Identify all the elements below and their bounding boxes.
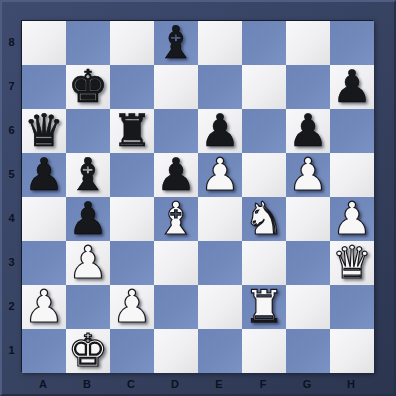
square-d2[interactable] <box>154 285 198 329</box>
rank-label-3: 3 <box>2 240 21 284</box>
rank-label-1: 1 <box>2 328 21 372</box>
square-a2[interactable]: ♟ <box>22 285 66 329</box>
square-g7[interactable] <box>286 65 330 109</box>
piece-white-bishop-d4[interactable]: ♝ <box>154 197 198 241</box>
square-g4[interactable] <box>286 197 330 241</box>
piece-white-pawn-g5[interactable]: ♟ <box>286 153 330 197</box>
square-f5[interactable] <box>242 153 286 197</box>
file-label-e: E <box>197 373 241 394</box>
rank-label-2: 2 <box>2 284 21 328</box>
square-h7[interactable]: ♟ <box>330 65 374 109</box>
square-d8[interactable]: ♝ <box>154 21 198 65</box>
square-f8[interactable] <box>242 21 286 65</box>
piece-black-pawn-h7[interactable]: ♟ <box>330 65 374 109</box>
square-b2[interactable] <box>66 285 110 329</box>
square-a5[interactable]: ♟ <box>22 153 66 197</box>
square-h2[interactable] <box>330 285 374 329</box>
square-h5[interactable] <box>330 153 374 197</box>
piece-black-pawn-d5[interactable]: ♟ <box>154 153 198 197</box>
piece-white-queen-h3[interactable]: ♛ <box>330 241 374 285</box>
square-c6[interactable]: ♜ <box>110 109 154 153</box>
rank-label-6: 6 <box>2 108 21 152</box>
square-g2[interactable] <box>286 285 330 329</box>
piece-black-rook-c6[interactable]: ♜ <box>110 109 154 153</box>
square-c2[interactable]: ♟ <box>110 285 154 329</box>
piece-black-king-b7[interactable]: ♚ <box>66 65 110 109</box>
square-g6[interactable]: ♟ <box>286 109 330 153</box>
square-e5[interactable]: ♟ <box>198 153 242 197</box>
square-b4[interactable]: ♟ <box>66 197 110 241</box>
piece-black-pawn-b4[interactable]: ♟ <box>66 197 110 241</box>
piece-black-pawn-e6[interactable]: ♟ <box>198 109 242 153</box>
rank-label-5: 5 <box>2 152 21 196</box>
chess-diagram-frame: 87654321 ♝♚♟♛♜♟♟♟♝♟♟♟♟♝♞♟♟♛♟♟♜♚ ABCDEFGH <box>0 0 396 396</box>
square-e6[interactable]: ♟ <box>198 109 242 153</box>
square-d3[interactable] <box>154 241 198 285</box>
square-c4[interactable] <box>110 197 154 241</box>
piece-white-pawn-b3[interactable]: ♟ <box>66 241 110 285</box>
rank-label-8: 8 <box>2 20 21 64</box>
piece-black-bishop-d8[interactable]: ♝ <box>154 21 198 65</box>
chess-board: ♝♚♟♛♜♟♟♟♝♟♟♟♟♝♞♟♟♛♟♟♜♚ <box>21 20 373 372</box>
square-d7[interactable] <box>154 65 198 109</box>
square-d1[interactable] <box>154 329 198 373</box>
square-c7[interactable] <box>110 65 154 109</box>
file-label-b: B <box>65 373 109 394</box>
square-d4[interactable]: ♝ <box>154 197 198 241</box>
square-g8[interactable] <box>286 21 330 65</box>
square-c1[interactable] <box>110 329 154 373</box>
square-b6[interactable] <box>66 109 110 153</box>
square-h3[interactable]: ♛ <box>330 241 374 285</box>
square-a4[interactable] <box>22 197 66 241</box>
file-label-g: G <box>285 373 329 394</box>
file-label-a: A <box>21 373 65 394</box>
file-label-f: F <box>241 373 285 394</box>
file-labels: ABCDEFGH <box>21 373 373 394</box>
square-d5[interactable]: ♟ <box>154 153 198 197</box>
square-f3[interactable] <box>242 241 286 285</box>
file-label-h: H <box>329 373 373 394</box>
file-label-c: C <box>109 373 153 394</box>
rank-label-7: 7 <box>2 64 21 108</box>
square-e1[interactable] <box>198 329 242 373</box>
square-g3[interactable] <box>286 241 330 285</box>
square-b5[interactable]: ♝ <box>66 153 110 197</box>
square-b1[interactable]: ♚ <box>66 329 110 373</box>
square-h6[interactable] <box>330 109 374 153</box>
piece-black-queen-a6[interactable]: ♛ <box>22 109 66 153</box>
piece-white-king-b1[interactable]: ♚ <box>66 329 110 373</box>
square-b8[interactable] <box>66 21 110 65</box>
piece-black-pawn-g6[interactable]: ♟ <box>286 109 330 153</box>
piece-black-bishop-b5[interactable]: ♝ <box>66 153 110 197</box>
piece-white-pawn-a2[interactable]: ♟ <box>22 285 66 329</box>
square-f1[interactable] <box>242 329 286 373</box>
square-b7[interactable]: ♚ <box>66 65 110 109</box>
rank-label-4: 4 <box>2 196 21 240</box>
square-f6[interactable] <box>242 109 286 153</box>
square-h8[interactable] <box>330 21 374 65</box>
piece-white-knight-f4[interactable]: ♞ <box>242 197 286 241</box>
square-c5[interactable] <box>110 153 154 197</box>
square-g5[interactable]: ♟ <box>286 153 330 197</box>
square-e4[interactable] <box>198 197 242 241</box>
piece-white-pawn-c2[interactable]: ♟ <box>110 285 154 329</box>
square-a1[interactable] <box>22 329 66 373</box>
square-a7[interactable] <box>22 65 66 109</box>
square-f7[interactable] <box>242 65 286 109</box>
square-a3[interactable] <box>22 241 66 285</box>
square-g1[interactable] <box>286 329 330 373</box>
square-h1[interactable] <box>330 329 374 373</box>
square-a8[interactable] <box>22 21 66 65</box>
rank-labels: 87654321 <box>2 20 21 372</box>
square-b3[interactable]: ♟ <box>66 241 110 285</box>
piece-white-rook-f2[interactable]: ♜ <box>242 285 286 329</box>
square-e3[interactable] <box>198 241 242 285</box>
square-f2[interactable]: ♜ <box>242 285 286 329</box>
file-label-d: D <box>153 373 197 394</box>
piece-white-pawn-e5[interactable]: ♟ <box>198 153 242 197</box>
square-f4[interactable]: ♞ <box>242 197 286 241</box>
square-h4[interactable]: ♟ <box>330 197 374 241</box>
square-c3[interactable] <box>110 241 154 285</box>
piece-black-pawn-a5[interactable]: ♟ <box>22 153 66 197</box>
square-c8[interactable] <box>110 21 154 65</box>
square-a6[interactable]: ♛ <box>22 109 66 153</box>
square-e2[interactable] <box>198 285 242 329</box>
piece-white-pawn-h4[interactable]: ♟ <box>330 197 374 241</box>
square-e8[interactable] <box>198 21 242 65</box>
square-e7[interactable] <box>198 65 242 109</box>
square-d6[interactable] <box>154 109 198 153</box>
